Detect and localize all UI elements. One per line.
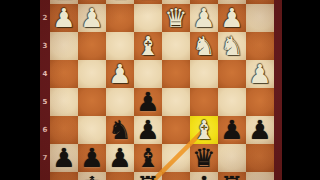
piece-black-rook-e8[interactable]: ♜ xyxy=(134,172,162,180)
piece-white-pawn-c2[interactable]: ♟ xyxy=(190,4,218,32)
piece-black-pawn-a6[interactable]: ♟ xyxy=(246,116,274,144)
square-a2[interactable] xyxy=(246,4,274,32)
rank-label-2: 2 xyxy=(40,14,50,22)
square-d5[interactable] xyxy=(162,88,190,116)
square-a7[interactable] xyxy=(246,144,274,172)
piece-black-queen-c7[interactable]: ♛ xyxy=(190,144,218,172)
square-c5[interactable] xyxy=(190,88,218,116)
piece-black-pawn-h7[interactable]: ♟ xyxy=(50,144,78,172)
piece-white-pawn-h2[interactable]: ♟ xyxy=(50,4,78,32)
square-a8[interactable] xyxy=(246,172,274,180)
piece-white-pawn-a4[interactable]: ♟ xyxy=(246,60,274,88)
square-d4[interactable] xyxy=(162,60,190,88)
square-h3[interactable] xyxy=(50,32,78,60)
piece-black-king-g8[interactable]: ♚ xyxy=(78,172,106,180)
piece-white-pawn-f4[interactable]: ♟ xyxy=(106,60,134,88)
piece-white-knight-c3[interactable]: ♞ xyxy=(190,32,218,60)
piece-white-pawn-b2[interactable]: ♟ xyxy=(218,4,246,32)
square-g3[interactable] xyxy=(78,32,106,60)
piece-white-bishop-e3[interactable]: ♝ xyxy=(134,32,162,60)
piece-black-pawn-e6[interactable]: ♟ xyxy=(134,116,162,144)
square-g5[interactable] xyxy=(78,88,106,116)
piece-black-knight-f6[interactable]: ♞ xyxy=(106,116,134,144)
square-b4[interactable] xyxy=(218,60,246,88)
video-frame: 234567 ♜♚♜♟♟♛♟♟♝♞♞♟♟♟♞♟♝♟♟♟♟♟♝♛♚♜♝♜ xyxy=(0,0,320,180)
square-b7[interactable] xyxy=(218,144,246,172)
piece-black-bishop-e7[interactable]: ♝ xyxy=(134,144,162,172)
letterbox-right xyxy=(282,0,320,180)
square-a5[interactable] xyxy=(246,88,274,116)
rank-label-5: 5 xyxy=(40,98,50,106)
piece-white-bishop-c6[interactable]: ♝ xyxy=(190,116,218,144)
square-d6[interactable] xyxy=(162,116,190,144)
rank-label-6: 6 xyxy=(40,126,50,134)
square-d3[interactable] xyxy=(162,32,190,60)
piece-black-pawn-e5[interactable]: ♟ xyxy=(134,88,162,116)
rank-label-3: 3 xyxy=(40,42,50,50)
square-f2[interactable] xyxy=(106,4,134,32)
square-d8[interactable] xyxy=(162,172,190,180)
square-b5[interactable] xyxy=(218,88,246,116)
rank-label-7: 7 xyxy=(40,154,50,162)
piece-black-pawn-f7[interactable]: ♟ xyxy=(106,144,134,172)
square-h8[interactable] xyxy=(50,172,78,180)
square-c4[interactable] xyxy=(190,60,218,88)
piece-black-bishop-c8[interactable]: ♝ xyxy=(190,172,218,180)
piece-black-rook-b8[interactable]: ♜ xyxy=(218,172,246,180)
square-g4[interactable] xyxy=(78,60,106,88)
rank-label-4: 4 xyxy=(40,70,50,78)
square-d7[interactable] xyxy=(162,144,190,172)
piece-white-queen-d2[interactable]: ♛ xyxy=(162,4,190,32)
square-a3[interactable] xyxy=(246,32,274,60)
square-h4[interactable] xyxy=(50,60,78,88)
letterbox-left xyxy=(0,0,40,180)
piece-white-king-f1[interactable]: ♚ xyxy=(106,0,134,4)
piece-white-pawn-g2[interactable]: ♟ xyxy=(78,4,106,32)
square-h5[interactable] xyxy=(50,88,78,116)
square-f3[interactable] xyxy=(106,32,134,60)
square-g6[interactable] xyxy=(78,116,106,144)
board-border-left xyxy=(40,0,50,180)
piece-white-rook-e1[interactable]: ♜ xyxy=(134,0,162,4)
square-e2[interactable] xyxy=(134,4,162,32)
board-border-right xyxy=(274,0,282,180)
square-e4[interactable] xyxy=(134,60,162,88)
square-f5[interactable] xyxy=(106,88,134,116)
square-f8[interactable] xyxy=(106,172,134,180)
piece-black-pawn-b6[interactable]: ♟ xyxy=(218,116,246,144)
piece-black-pawn-g7[interactable]: ♟ xyxy=(78,144,106,172)
square-h6[interactable] xyxy=(50,116,78,144)
piece-white-knight-b3[interactable]: ♞ xyxy=(218,32,246,60)
